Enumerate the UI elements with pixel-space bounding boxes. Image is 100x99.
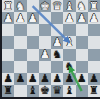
white-rook[interactable]: ♜ [89, 0, 99, 11]
white-king[interactable]: ♚ [40, 0, 50, 11]
square-a8[interactable]: ♜ [88, 85, 100, 97]
square-f5[interactable] [27, 49, 39, 61]
square-e8[interactable]: ♚ [39, 85, 51, 97]
black-pawn[interactable]: ♟ [28, 73, 38, 84]
black-pawn[interactable]: ♟ [52, 73, 62, 84]
square-a4[interactable] [88, 36, 100, 48]
black-pawn[interactable]: ♟ [3, 73, 13, 84]
square-f3[interactable] [27, 24, 39, 36]
square-g3[interactable] [14, 24, 26, 36]
white-pawn[interactable]: ♟ [40, 49, 50, 60]
white-rook[interactable]: ♜ [3, 0, 13, 11]
square-g7[interactable]: ♟ [14, 73, 26, 85]
black-pawn[interactable]: ♟ [89, 73, 99, 84]
square-d8[interactable]: ♛ [51, 85, 63, 97]
square-h8[interactable]: ♜ [2, 85, 14, 97]
square-b5[interactable] [76, 49, 88, 61]
square-h5[interactable] [2, 49, 14, 61]
white-queen[interactable]: ♛ [52, 0, 62, 11]
black-bishop[interactable]: ♝ [64, 85, 74, 96]
square-f8[interactable]: ♝ [27, 85, 39, 97]
black-pawn[interactable]: ♟ [15, 73, 25, 84]
black-pawn[interactable]: ♟ [64, 73, 74, 84]
square-h4[interactable] [2, 36, 14, 48]
square-g2[interactable]: ♟ [14, 12, 26, 24]
white-pawn[interactable]: ♟ [89, 12, 99, 23]
white-pawn[interactable]: ♟ [52, 36, 62, 47]
white-pawn[interactable]: ♟ [77, 12, 87, 23]
square-c2[interactable]: ♟ [63, 12, 75, 24]
square-e3[interactable] [39, 24, 51, 36]
black-rook[interactable]: ♜ [89, 85, 99, 96]
white-pawn[interactable]: ♟ [28, 12, 38, 23]
square-b8[interactable] [76, 85, 88, 97]
white-bishop[interactable]: ♝ [64, 0, 74, 11]
white-pawn[interactable]: ♟ [3, 12, 13, 23]
white-knight[interactable]: ♞ [15, 0, 25, 11]
black-bishop[interactable]: ♝ [28, 85, 38, 96]
square-c4[interactable]: ♝ [63, 36, 75, 48]
black-pawn[interactable]: ♟ [40, 73, 50, 84]
square-b3[interactable] [76, 24, 88, 36]
square-e1[interactable]: ♚ [39, 0, 51, 12]
black-pawn[interactable]: ♟ [77, 73, 87, 84]
square-d2[interactable] [51, 12, 63, 24]
black-knight[interactable]: ♞ [64, 61, 74, 72]
white-pawn[interactable]: ♟ [15, 12, 25, 23]
square-e2[interactable] [39, 12, 51, 24]
page-background: ♜♞♚♛♝♞♜♟♟♟♟♟♟♟♝♟♞♞♟♟♟♟♟♟♟♟♜♝♚♛♝♜ [0, 0, 100, 99]
black-queen[interactable]: ♛ [52, 85, 62, 96]
white-bishop[interactable]: ♝ [64, 36, 74, 47]
square-g4[interactable] [14, 36, 26, 48]
white-pawn[interactable]: ♟ [64, 12, 74, 23]
black-knight[interactable]: ♞ [52, 49, 62, 60]
square-a5[interactable] [88, 49, 100, 61]
square-b2[interactable]: ♟ [76, 12, 88, 24]
square-g8[interactable] [14, 85, 26, 97]
black-rook[interactable]: ♜ [3, 85, 13, 96]
square-h3[interactable] [2, 24, 14, 36]
square-f4[interactable] [27, 36, 39, 48]
square-c8[interactable]: ♝ [63, 85, 75, 97]
square-f2[interactable]: ♟ [27, 12, 39, 24]
square-h2[interactable]: ♟ [2, 12, 14, 24]
square-a3[interactable] [88, 24, 100, 36]
square-d5[interactable]: ♞ [51, 49, 63, 61]
square-e5[interactable]: ♟ [39, 49, 51, 61]
square-b4[interactable] [76, 36, 88, 48]
square-b7[interactable]: ♟ [76, 73, 88, 85]
square-a2[interactable]: ♟ [88, 12, 100, 24]
white-knight[interactable]: ♞ [77, 0, 87, 11]
black-king[interactable]: ♚ [40, 85, 50, 96]
chess-board: ♜♞♚♛♝♞♜♟♟♟♟♟♟♟♝♟♞♞♟♟♟♟♟♟♟♟♜♝♚♛♝♜ [2, 0, 100, 97]
square-g5[interactable] [14, 49, 26, 61]
square-d1[interactable]: ♛ [51, 0, 63, 12]
